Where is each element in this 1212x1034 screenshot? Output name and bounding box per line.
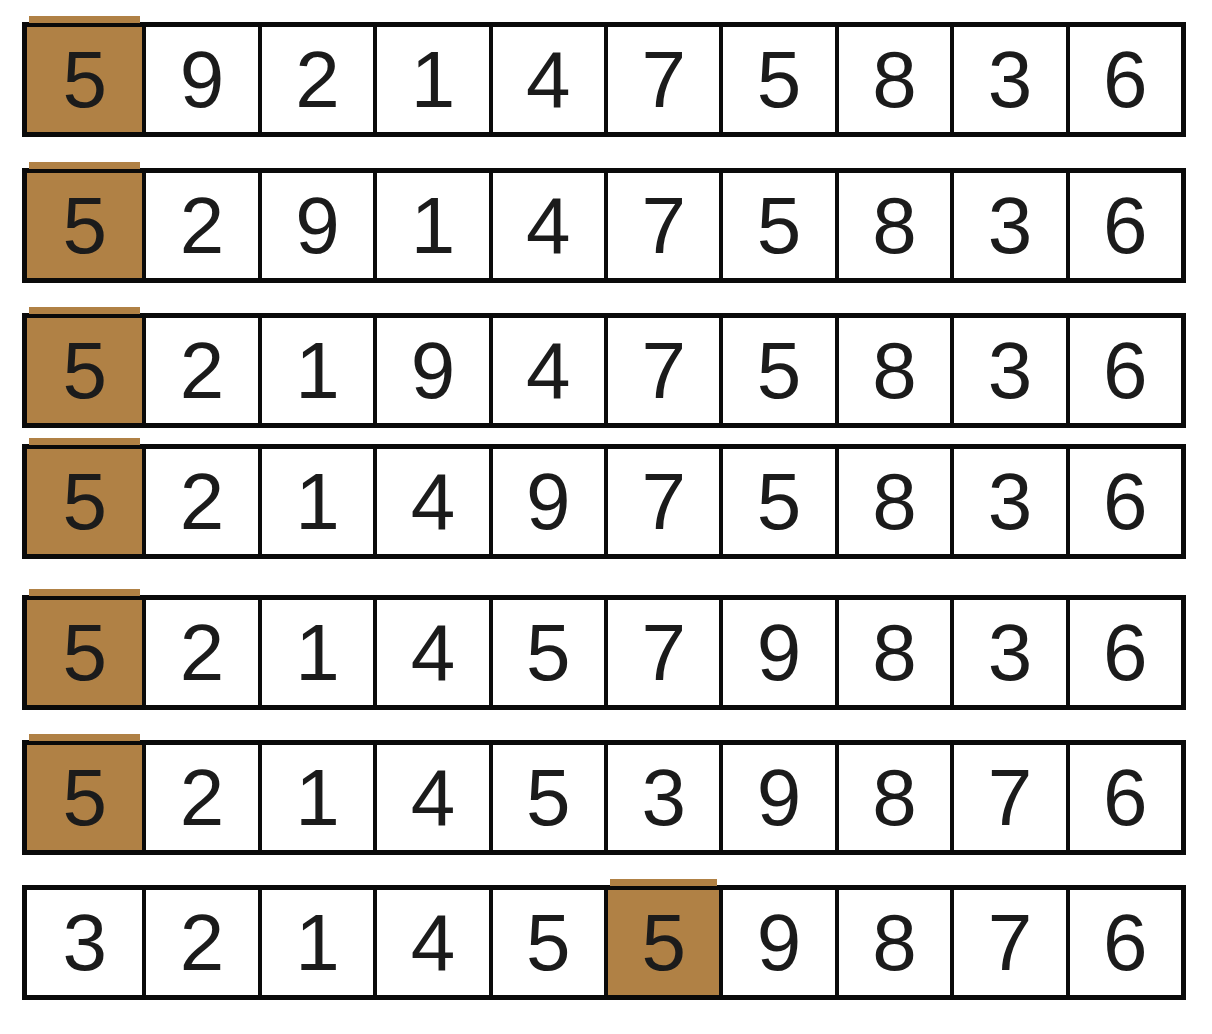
cell-r1-c5: 4 [489,27,604,132]
cell-r3-c10: 6 [1066,318,1181,423]
cell-r3-c9: 3 [950,318,1065,423]
cell-r1-c7: 5 [719,27,834,132]
cell-r2-c3: 9 [258,173,373,278]
cell-r3-c8: 8 [835,318,950,423]
cell-r1-c6: 7 [604,27,719,132]
cell-r6-c3: 1 [258,745,373,850]
cell-r4-c9: 3 [950,449,1065,554]
cell-r4-c5: 9 [489,449,604,554]
sort-visualization: 5921475836529147583652194758365214975836… [22,22,1186,1000]
cell-r4-c7: 5 [719,449,834,554]
cell-r1-c4: 1 [373,27,488,132]
cell-r6-c10: 6 [1066,745,1181,850]
cell-r5-c6: 7 [604,600,719,705]
highlighted-cell-r7-c6: 5 [604,890,719,995]
cell-r6-c5: 5 [489,745,604,850]
cell-r3-c4: 9 [373,318,488,423]
cell-r7-c4: 4 [373,890,488,995]
cell-r4-c3: 1 [258,449,373,554]
cell-r6-c2: 2 [142,745,257,850]
cell-r2-c7: 5 [719,173,834,278]
cell-r2-c6: 7 [604,173,719,278]
cell-r6-c4: 4 [373,745,488,850]
cell-r7-c3: 1 [258,890,373,995]
cell-r1-c8: 8 [835,27,950,132]
cell-r5-c4: 4 [373,600,488,705]
cell-r3-c2: 2 [142,318,257,423]
array-row-2: 5291475836 [22,168,1186,283]
cell-r3-c7: 5 [719,318,834,423]
cell-r4-c8: 8 [835,449,950,554]
cell-r1-c10: 6 [1066,27,1181,132]
cell-r2-c4: 1 [373,173,488,278]
cell-r2-c5: 4 [489,173,604,278]
array-row-3: 5219475836 [22,313,1186,428]
cell-r7-c2: 2 [142,890,257,995]
highlighted-cell-r2-c1: 5 [27,173,142,278]
cell-r4-c2: 2 [142,449,257,554]
cell-r7-c1: 3 [27,890,142,995]
highlighted-cell-r5-c1: 5 [27,600,142,705]
cell-r6-c6: 3 [604,745,719,850]
cell-r7-c10: 6 [1066,890,1181,995]
cell-r4-c6: 7 [604,449,719,554]
cell-r1-c9: 3 [950,27,1065,132]
cell-r7-c5: 5 [489,890,604,995]
cell-r6-c7: 9 [719,745,834,850]
array-row-7: 3214559876 [22,885,1186,1000]
highlighted-cell-r6-c1: 5 [27,745,142,850]
cell-r6-c8: 8 [835,745,950,850]
cell-r2-c2: 2 [142,173,257,278]
cell-r5-c10: 6 [1066,600,1181,705]
cell-r5-c3: 1 [258,600,373,705]
cell-r5-c5: 5 [489,600,604,705]
cell-r2-c9: 3 [950,173,1065,278]
highlighted-cell-r3-c1: 5 [27,318,142,423]
cell-r6-c9: 7 [950,745,1065,850]
cell-r5-c9: 3 [950,600,1065,705]
cell-r3-c6: 7 [604,318,719,423]
cell-r1-c3: 2 [258,27,373,132]
cell-r5-c7: 9 [719,600,834,705]
cell-r5-c8: 8 [835,600,950,705]
cell-r5-c2: 2 [142,600,257,705]
cell-r4-c10: 6 [1066,449,1181,554]
highlighted-cell-r4-c1: 5 [27,449,142,554]
cell-r4-c4: 4 [373,449,488,554]
cell-r3-c5: 4 [489,318,604,423]
array-row-4: 5214975836 [22,444,1186,559]
highlighted-cell-r1-c1: 5 [27,27,142,132]
cell-r3-c3: 1 [258,318,373,423]
cell-r1-c2: 9 [142,27,257,132]
cell-r7-c9: 7 [950,890,1065,995]
array-row-1: 5921475836 [22,22,1186,137]
cell-r7-c7: 9 [719,890,834,995]
cell-r7-c8: 8 [835,890,950,995]
cell-r2-c10: 6 [1066,173,1181,278]
cell-r2-c8: 8 [835,173,950,278]
array-row-6: 5214539876 [22,740,1186,855]
array-row-5: 5214579836 [22,595,1186,710]
